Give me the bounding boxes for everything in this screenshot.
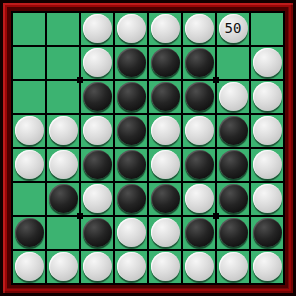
cell-h7[interactable]	[251, 217, 283, 249]
cell-h4[interactable]	[251, 115, 283, 147]
white-disc: 50	[219, 14, 248, 43]
white-disc	[15, 252, 44, 281]
white-disc	[49, 252, 78, 281]
cell-c3[interactable]	[81, 81, 113, 113]
cell-g3[interactable]	[217, 81, 249, 113]
cell-e7[interactable]	[149, 217, 181, 249]
black-disc	[117, 184, 146, 213]
cell-g5[interactable]	[217, 149, 249, 181]
cell-b5[interactable]	[47, 149, 79, 181]
white-disc	[151, 14, 180, 43]
white-disc	[185, 14, 214, 43]
cell-g2[interactable]	[217, 47, 249, 79]
cell-b3[interactable]	[47, 81, 79, 113]
cell-b4[interactable]	[47, 115, 79, 147]
white-disc	[253, 150, 282, 179]
cell-f1[interactable]	[183, 13, 215, 45]
cell-f6[interactable]	[183, 183, 215, 215]
white-disc	[151, 150, 180, 179]
cell-c2[interactable]	[81, 47, 113, 79]
cell-a6[interactable]	[13, 183, 45, 215]
white-disc	[185, 252, 214, 281]
cell-d6[interactable]	[115, 183, 147, 215]
cell-e2[interactable]	[149, 47, 181, 79]
cell-h6[interactable]	[251, 183, 283, 215]
cell-f5[interactable]	[183, 149, 215, 181]
cell-b8[interactable]	[47, 251, 79, 283]
black-disc	[151, 82, 180, 111]
cell-e3[interactable]	[149, 81, 181, 113]
white-disc	[219, 252, 248, 281]
black-disc	[253, 218, 282, 247]
cell-d3[interactable]	[115, 81, 147, 113]
black-disc	[185, 82, 214, 111]
white-disc	[83, 184, 112, 213]
black-disc	[219, 184, 248, 213]
black-disc	[83, 82, 112, 111]
cell-a7[interactable]	[13, 217, 45, 249]
cell-e8[interactable]	[149, 251, 181, 283]
white-disc	[219, 82, 248, 111]
black-disc	[49, 184, 78, 213]
cell-f8[interactable]	[183, 251, 215, 283]
cell-d7[interactable]	[115, 217, 147, 249]
cell-d4[interactable]	[115, 115, 147, 147]
cell-h5[interactable]	[251, 149, 283, 181]
black-disc	[185, 150, 214, 179]
white-disc	[253, 48, 282, 77]
white-disc	[49, 150, 78, 179]
black-disc	[219, 150, 248, 179]
cell-e6[interactable]	[149, 183, 181, 215]
white-disc	[83, 116, 112, 145]
cell-g4[interactable]	[217, 115, 249, 147]
cell-b2[interactable]	[47, 47, 79, 79]
cell-d1[interactable]	[115, 13, 147, 45]
cell-d8[interactable]	[115, 251, 147, 283]
white-disc	[253, 82, 282, 111]
cell-f7[interactable]	[183, 217, 215, 249]
black-disc	[151, 48, 180, 77]
cell-h3[interactable]	[251, 81, 283, 113]
white-disc	[83, 14, 112, 43]
cell-a4[interactable]	[13, 115, 45, 147]
cell-g6[interactable]	[217, 183, 249, 215]
white-disc	[15, 150, 44, 179]
frame-inner-bevel: 50	[7, 7, 289, 289]
black-disc	[219, 116, 248, 145]
cell-h1[interactable]	[251, 13, 283, 45]
white-disc	[49, 116, 78, 145]
white-disc	[253, 116, 282, 145]
cell-c7[interactable]	[81, 217, 113, 249]
star-point	[77, 213, 83, 219]
cell-f4[interactable]	[183, 115, 215, 147]
black-disc	[185, 218, 214, 247]
move-number-label: 50	[225, 21, 242, 35]
black-disc	[117, 82, 146, 111]
board-frame: 50	[0, 0, 296, 296]
cell-a2[interactable]	[13, 47, 45, 79]
white-disc	[83, 48, 112, 77]
cell-e1[interactable]	[149, 13, 181, 45]
white-disc	[185, 184, 214, 213]
white-disc	[151, 218, 180, 247]
cell-b7[interactable]	[47, 217, 79, 249]
white-disc	[117, 218, 146, 247]
cell-h2[interactable]	[251, 47, 283, 79]
cell-c4[interactable]	[81, 115, 113, 147]
cell-e5[interactable]	[149, 149, 181, 181]
white-disc	[117, 252, 146, 281]
white-disc	[15, 116, 44, 145]
cell-h8[interactable]	[251, 251, 283, 283]
cell-g7[interactable]	[217, 217, 249, 249]
cell-g8[interactable]	[217, 251, 249, 283]
white-disc	[117, 14, 146, 43]
black-disc	[151, 184, 180, 213]
black-disc	[83, 218, 112, 247]
cell-c1[interactable]	[81, 13, 113, 45]
cell-d5[interactable]	[115, 149, 147, 181]
star-point	[213, 77, 219, 83]
othello-board: 50	[11, 11, 285, 285]
cell-a1[interactable]	[13, 13, 45, 45]
cell-c5[interactable]	[81, 149, 113, 181]
black-disc	[117, 150, 146, 179]
black-disc	[117, 116, 146, 145]
cell-b1[interactable]	[47, 13, 79, 45]
white-disc	[253, 252, 282, 281]
cell-b6[interactable]	[47, 183, 79, 215]
cell-a8[interactable]	[13, 251, 45, 283]
white-disc	[185, 116, 214, 145]
black-disc	[117, 48, 146, 77]
star-point	[213, 213, 219, 219]
black-disc	[219, 218, 248, 247]
cell-g1[interactable]: 50	[217, 13, 249, 45]
frame-red-bevel: 50	[3, 3, 293, 293]
black-disc	[185, 48, 214, 77]
cell-f2[interactable]	[183, 47, 215, 79]
white-disc	[253, 184, 282, 213]
cell-d2[interactable]	[115, 47, 147, 79]
white-disc	[151, 252, 180, 281]
cell-e4[interactable]	[149, 115, 181, 147]
black-disc	[83, 150, 112, 179]
white-disc	[83, 252, 112, 281]
cell-a3[interactable]	[13, 81, 45, 113]
cell-c8[interactable]	[81, 251, 113, 283]
cell-c6[interactable]	[81, 183, 113, 215]
white-disc	[151, 116, 180, 145]
cell-f3[interactable]	[183, 81, 215, 113]
black-disc	[15, 218, 44, 247]
star-point	[77, 77, 83, 83]
cell-a5[interactable]	[13, 149, 45, 181]
